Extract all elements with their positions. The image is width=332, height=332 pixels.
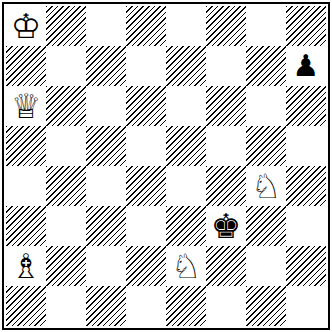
square-h2[interactable]	[286, 246, 326, 286]
square-h5[interactable]	[286, 126, 326, 166]
square-g1[interactable]	[246, 286, 286, 326]
square-a3[interactable]	[6, 206, 46, 246]
square-e4[interactable]	[166, 166, 206, 206]
square-d1[interactable]	[126, 286, 166, 326]
piece-white-knight[interactable]: ♘	[251, 166, 281, 206]
square-d8[interactable]	[126, 6, 166, 46]
square-f5[interactable]	[206, 126, 246, 166]
square-g3[interactable]	[246, 206, 286, 246]
square-a5[interactable]	[6, 126, 46, 166]
piece-white-bishop[interactable]: ♗	[11, 246, 41, 286]
square-g6[interactable]	[246, 86, 286, 126]
square-b8[interactable]	[46, 6, 86, 46]
square-a6[interactable]: ♕	[6, 86, 46, 126]
square-c3[interactable]	[86, 206, 126, 246]
square-h3[interactable]	[286, 206, 326, 246]
square-f7[interactable]	[206, 46, 246, 86]
square-d7[interactable]	[126, 46, 166, 86]
square-b5[interactable]	[46, 126, 86, 166]
square-h4[interactable]	[286, 166, 326, 206]
square-c2[interactable]	[86, 246, 126, 286]
square-e7[interactable]	[166, 46, 206, 86]
square-a8[interactable]: ♔	[6, 6, 46, 46]
square-c1[interactable]	[86, 286, 126, 326]
square-a1[interactable]	[6, 286, 46, 326]
square-a7[interactable]	[6, 46, 46, 86]
square-b2[interactable]	[46, 246, 86, 286]
square-c4[interactable]	[86, 166, 126, 206]
square-b3[interactable]	[46, 206, 86, 246]
square-f3[interactable]: ♚	[206, 206, 246, 246]
chess-diagram: ♔♟♕♘♚♗♘	[0, 0, 332, 332]
square-b1[interactable]	[46, 286, 86, 326]
square-h8[interactable]	[286, 6, 326, 46]
square-g8[interactable]	[246, 6, 286, 46]
square-d4[interactable]	[126, 166, 166, 206]
square-f8[interactable]	[206, 6, 246, 46]
square-a4[interactable]	[6, 166, 46, 206]
square-b7[interactable]	[46, 46, 86, 86]
square-d3[interactable]	[126, 206, 166, 246]
square-g7[interactable]	[246, 46, 286, 86]
square-b6[interactable]	[46, 86, 86, 126]
square-g4[interactable]: ♘	[246, 166, 286, 206]
square-e6[interactable]	[166, 86, 206, 126]
square-d5[interactable]	[126, 126, 166, 166]
square-e3[interactable]	[166, 206, 206, 246]
piece-white-queen[interactable]: ♕	[11, 86, 41, 126]
square-c7[interactable]	[86, 46, 126, 86]
square-e1[interactable]	[166, 286, 206, 326]
square-h6[interactable]	[286, 86, 326, 126]
square-f6[interactable]	[206, 86, 246, 126]
square-b4[interactable]	[46, 166, 86, 206]
square-h1[interactable]	[286, 286, 326, 326]
square-f4[interactable]	[206, 166, 246, 206]
square-c5[interactable]	[86, 126, 126, 166]
square-d2[interactable]	[126, 246, 166, 286]
square-d6[interactable]	[126, 86, 166, 126]
square-a2[interactable]: ♗	[6, 246, 46, 286]
square-e5[interactable]	[166, 126, 206, 166]
piece-black-pawn[interactable]: ♟	[293, 46, 320, 86]
square-h7[interactable]: ♟	[286, 46, 326, 86]
square-g2[interactable]	[246, 246, 286, 286]
chess-board: ♔♟♕♘♚♗♘	[6, 6, 326, 326]
piece-white-king[interactable]: ♔	[11, 6, 41, 46]
square-c8[interactable]	[86, 6, 126, 46]
square-e2[interactable]: ♘	[166, 246, 206, 286]
square-e8[interactable]	[166, 6, 206, 46]
square-c6[interactable]	[86, 86, 126, 126]
square-f2[interactable]	[206, 246, 246, 286]
square-f1[interactable]	[206, 286, 246, 326]
piece-black-king[interactable]: ♚	[211, 206, 241, 246]
square-g5[interactable]	[246, 126, 286, 166]
piece-white-knight[interactable]: ♘	[171, 246, 201, 286]
